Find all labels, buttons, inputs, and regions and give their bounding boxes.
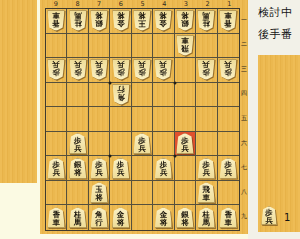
gote-piece-glyph: 歩兵 [219,59,237,80]
piece-p-1c[interactable]: 歩兵 [219,59,237,80]
square-4d[interactable] [153,83,174,108]
piece-p-7c[interactable]: 歩兵 [90,59,108,80]
square-4b[interactable] [153,34,174,59]
piece-P-5f[interactable]: 歩兵 [133,133,151,154]
sente-piece-glyph: 桂馬 [69,207,87,228]
square-3a[interactable]: 銀将 [175,9,196,34]
file-label-7: 7 [88,0,110,8]
square-7h[interactable]: 玉将 [89,181,110,206]
square-1g[interactable]: 歩兵 [218,156,239,181]
square-8g[interactable]: 銀将 [67,156,88,181]
square-5i[interactable] [132,205,153,230]
hoshi-dot [173,81,176,84]
square-7b[interactable] [89,34,110,59]
piece-K-7h[interactable]: 玉将 [90,182,108,203]
square-3b[interactable]: 飛車 [175,34,196,59]
rank-label-3: 三 [240,57,248,82]
square-7e[interactable] [89,107,110,132]
piece-n-2a[interactable]: 桂馬 [197,10,215,31]
sente-piece-glyph: 歩兵 [197,158,215,179]
hoshi-dot [109,81,112,84]
file-label-3: 3 [175,0,197,8]
square-6a[interactable]: 金将 [110,9,131,34]
sente-piece-glyph: 香車 [47,207,65,228]
rank-label-9: 九 [240,205,248,230]
square-3i[interactable]: 銀将 [175,205,196,230]
square-4f[interactable] [153,132,174,157]
rank-label-7: 七 [240,155,248,180]
piece-g-6a[interactable]: 金将 [112,10,130,31]
piece-S-3i[interactable]: 銀将 [176,207,194,228]
square-8f[interactable]: 歩兵 [67,132,88,157]
rank-label-2: 二 [240,33,248,58]
hand-piece-entry-P[interactable]: 歩兵1 [261,206,290,225]
gote-piece-glyph: 銀将 [90,10,108,31]
gote-piece-glyph: 金将 [154,10,172,31]
sente-piece-glyph: 歩兵 [133,133,151,154]
analysis-status-label: 検討中 [258,6,293,19]
sente-piece-glyph: 歩兵 [90,158,108,179]
rank-label-4: 四 [240,82,248,107]
rank-label-1: 一 [240,8,248,33]
piece-P-9g[interactable]: 歩兵 [47,158,65,179]
sente-piece-glyph: 歩兵 [47,158,65,179]
piece-P-7g[interactable]: 歩兵 [90,158,108,179]
square-2c[interactable]: 歩兵 [196,58,217,83]
piece-L-1i[interactable]: 香車 [219,207,237,228]
square-2g[interactable]: 歩兵 [196,156,217,181]
board-grid: 香車桂馬銀将金将王将金将銀将桂馬香車飛車歩兵歩兵歩兵歩兵歩兵歩兵歩兵歩兵角行歩兵… [45,8,240,231]
piece-N-8i[interactable]: 桂馬 [69,207,87,228]
square-3h[interactable] [175,181,196,206]
piece-B-7i[interactable]: 角行 [90,207,108,228]
file-label-2: 2 [197,0,219,8]
square-2a[interactable]: 桂馬 [196,9,217,34]
sente-piece-glyph: 香車 [219,207,237,228]
sente-piece-glyph: 銀将 [176,207,194,228]
square-9b[interactable] [46,34,67,59]
square-1d[interactable] [218,83,239,108]
square-7f[interactable] [89,132,110,157]
piece-G-4i[interactable]: 金将 [154,207,172,228]
file-label-5: 5 [132,0,154,8]
square-7a[interactable]: 銀将 [89,9,110,34]
piece-P-3f[interactable]: 歩兵 [176,133,194,154]
gote-piece-glyph: 金将 [112,10,130,31]
square-5h[interactable] [132,181,153,206]
square-3c[interactable] [175,58,196,83]
square-6c[interactable]: 歩兵 [110,58,131,83]
piece-s-3a[interactable]: 銀将 [176,10,194,31]
piece-g-4a[interactable]: 金将 [154,10,172,31]
square-7g[interactable]: 歩兵 [89,156,110,181]
square-9h[interactable] [46,181,67,206]
square-4c[interactable]: 歩兵 [153,58,174,83]
square-5b[interactable] [132,34,153,59]
square-8b[interactable] [67,34,88,59]
square-2f[interactable] [196,132,217,157]
square-3e[interactable] [175,107,196,132]
square-5d[interactable] [132,83,153,108]
rank-label-5: 五 [240,106,248,131]
square-8h[interactable] [67,181,88,206]
sente-piece-glyph: 銀将 [69,158,87,179]
square-6g[interactable]: 歩兵 [110,156,131,181]
piece-p-6c[interactable]: 歩兵 [112,59,130,80]
sente-piece-glyph: 角行 [90,207,108,228]
rank-label-6: 六 [240,131,248,156]
rank-label-8: 八 [240,180,248,205]
square-2h[interactable]: 飛車 [196,181,217,206]
gote-piece-glyph: 桂馬 [69,10,87,31]
gote-piece-glyph: 角行 [112,84,130,105]
square-9e[interactable] [46,107,67,132]
sente-hand-piece-glyph: 歩兵 [261,206,277,225]
gote-piece-glyph: 香車 [47,10,65,31]
square-1i[interactable]: 香車 [218,205,239,230]
square-6h[interactable] [110,181,131,206]
piece-p-4c[interactable]: 歩兵 [154,59,172,80]
square-9i[interactable]: 香車 [46,205,67,230]
gote-piece-glyph: 飛車 [176,35,194,56]
square-6d[interactable]: 角行 [110,83,131,108]
square-8e[interactable] [67,107,88,132]
gote-piece-glyph: 桂馬 [197,10,215,31]
square-1a[interactable]: 香車 [218,9,239,34]
square-6f[interactable] [110,132,131,157]
square-8c[interactable]: 歩兵 [67,58,88,83]
gote-piece-glyph: 歩兵 [133,59,151,80]
square-5f[interactable]: 歩兵 [132,132,153,157]
piece-r-3b[interactable]: 飛車 [176,35,194,56]
piece-p-8c[interactable]: 歩兵 [69,59,87,80]
square-1e[interactable] [218,107,239,132]
file-label-6: 6 [110,0,132,8]
hoshi-dot [109,155,112,158]
sente-piece-glyph: 金将 [154,207,172,228]
sente-piece-glyph: 金将 [112,207,130,228]
piece-n-8a[interactable]: 桂馬 [69,10,87,31]
square-4i[interactable]: 金将 [153,205,174,230]
piece-p-5c[interactable]: 歩兵 [133,59,151,80]
square-2b[interactable] [196,34,217,59]
square-7c[interactable]: 歩兵 [89,58,110,83]
side-panel: 検討中 後手番 歩兵1 [248,0,300,239]
square-8i[interactable]: 桂馬 [67,205,88,230]
square-1b[interactable] [218,34,239,59]
piece-R-2h[interactable]: 飛車 [197,182,215,203]
gote-piece-glyph: 王将 [133,10,151,31]
square-5e[interactable] [132,107,153,132]
square-9f[interactable] [46,132,67,157]
file-label-9: 9 [45,0,67,8]
turn-indicator-label: 後手番 [258,28,293,41]
sente-piece-glyph: 歩兵 [112,158,130,179]
sente-piece-glyph: 桂馬 [197,207,215,228]
square-8d[interactable] [67,83,88,108]
hand-piece-count: 1 [284,211,290,225]
square-6b[interactable] [110,34,131,59]
gote-piece-glyph: 香車 [219,10,237,31]
gote-captured-tray [0,0,37,183]
sente-piece-glyph: 歩兵 [176,133,194,154]
piece-p-9c[interactable]: 歩兵 [47,59,65,80]
file-label-8: 8 [67,0,89,8]
piece-l-9a[interactable]: 香車 [47,10,65,31]
piece-l-1a[interactable]: 香車 [219,10,237,31]
square-8a[interactable]: 桂馬 [67,9,88,34]
piece-s-7a[interactable]: 銀将 [90,10,108,31]
square-1c[interactable]: 歩兵 [218,58,239,83]
shogi-board: 987654321 香車桂馬銀将金将王将金将銀将桂馬香車飛車歩兵歩兵歩兵歩兵歩兵… [40,0,248,234]
square-3g[interactable] [175,156,196,181]
sente-piece-glyph: 飛車 [197,182,215,203]
square-3f[interactable]: 歩兵 [175,132,196,157]
piece-p-2c[interactable]: 歩兵 [197,59,215,80]
piece-G-6i[interactable]: 金将 [112,207,130,228]
square-9c[interactable]: 歩兵 [46,58,67,83]
square-4e[interactable] [153,107,174,132]
sente-piece-glyph: 歩兵 [154,158,172,179]
hand-piece-P[interactable]: 歩兵 [261,206,277,225]
gote-piece-glyph: 歩兵 [154,59,172,80]
hoshi-dot [173,155,176,158]
piece-P-6g[interactable]: 歩兵 [112,158,130,179]
piece-P-8f[interactable]: 歩兵 [69,133,87,154]
file-labels: 987654321 [45,0,240,8]
piece-P-1g[interactable]: 歩兵 [219,158,237,179]
piece-P-2g[interactable]: 歩兵 [197,158,215,179]
square-6e[interactable] [110,107,131,132]
square-2d[interactable] [196,83,217,108]
square-9a[interactable]: 香車 [46,9,67,34]
square-4g[interactable]: 歩兵 [153,156,174,181]
square-3d[interactable] [175,83,196,108]
square-1h[interactable] [218,181,239,206]
shogi-analysis-window: 987654321 香車桂馬銀将金将王将金将銀将桂馬香車飛車歩兵歩兵歩兵歩兵歩兵… [0,0,300,239]
piece-L-9i[interactable]: 香車 [47,207,65,228]
sente-piece-glyph: 玉将 [90,182,108,203]
gote-piece-glyph: 歩兵 [112,59,130,80]
gote-piece-glyph: 歩兵 [90,59,108,80]
square-9d[interactable] [46,83,67,108]
square-4a[interactable]: 金将 [153,9,174,34]
gote-piece-glyph: 歩兵 [197,59,215,80]
gote-piece-glyph: 銀将 [176,10,194,31]
piece-N-2i[interactable]: 桂馬 [197,207,215,228]
square-2e[interactable] [196,107,217,132]
sente-captured-tray: 歩兵1 [258,55,300,232]
file-label-1: 1 [218,0,240,8]
piece-S-8g[interactable]: 銀将 [69,158,87,179]
square-5g[interactable] [132,156,153,181]
piece-b-6d[interactable]: 角行 [112,84,130,105]
sente-piece-glyph: 歩兵 [219,158,237,179]
square-2i[interactable]: 桂馬 [196,205,217,230]
square-1f[interactable] [218,132,239,157]
gote-piece-glyph: 歩兵 [47,59,65,80]
rank-labels: 一二三四五六七八九 [240,8,248,229]
square-5a[interactable]: 王将 [132,9,153,34]
piece-P-4g[interactable]: 歩兵 [154,158,172,179]
square-7d[interactable] [89,83,110,108]
square-7i[interactable]: 角行 [89,205,110,230]
square-4h[interactable] [153,181,174,206]
piece-k-5a[interactable]: 王将 [133,10,151,31]
file-label-4: 4 [153,0,175,8]
sente-piece-glyph: 歩兵 [69,133,87,154]
square-6i[interactable]: 金将 [110,205,131,230]
square-9g[interactable]: 歩兵 [46,156,67,181]
square-5c[interactable]: 歩兵 [132,58,153,83]
gote-piece-glyph: 歩兵 [69,59,87,80]
